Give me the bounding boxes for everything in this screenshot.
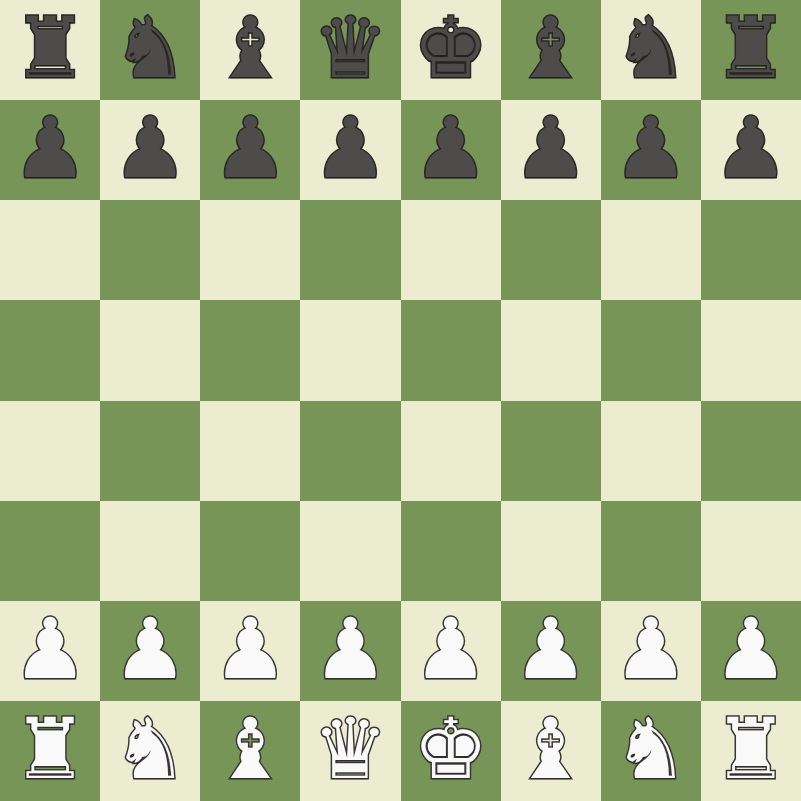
square-f1[interactable]: ♝ [501, 701, 601, 801]
square-g1[interactable]: ♞ [601, 701, 701, 801]
square-g4[interactable] [601, 401, 701, 501]
square-d2[interactable]: ♟ [300, 601, 400, 701]
piece-black-pawn[interactable]: ♟ [613, 106, 688, 190]
piece-black-rook[interactable]: ♜ [12, 6, 87, 90]
square-h7[interactable]: ♟ [701, 100, 801, 200]
square-f5[interactable] [501, 300, 601, 400]
square-e1[interactable]: ♚ [401, 701, 501, 801]
square-a3[interactable] [0, 501, 100, 601]
square-g5[interactable] [601, 300, 701, 400]
square-f2[interactable]: ♟ [501, 601, 601, 701]
square-c1[interactable]: ♝ [200, 701, 300, 801]
square-b8[interactable]: ♞ [100, 0, 200, 100]
square-a6[interactable] [0, 200, 100, 300]
square-e2[interactable]: ♟ [401, 601, 501, 701]
piece-black-pawn[interactable]: ♟ [12, 106, 87, 190]
square-c3[interactable] [200, 501, 300, 601]
square-e3[interactable] [401, 501, 501, 601]
square-g7[interactable]: ♟ [601, 100, 701, 200]
square-e5[interactable] [401, 300, 501, 400]
square-a5[interactable] [0, 300, 100, 400]
piece-black-pawn[interactable]: ♟ [513, 106, 588, 190]
piece-black-king[interactable]: ♚ [413, 6, 488, 90]
piece-white-pawn[interactable]: ♟ [513, 607, 588, 691]
square-e7[interactable]: ♟ [401, 100, 501, 200]
piece-white-pawn[interactable]: ♟ [313, 607, 388, 691]
piece-white-knight[interactable]: ♞ [113, 707, 188, 791]
square-g8[interactable]: ♞ [601, 0, 701, 100]
square-b7[interactable]: ♟ [100, 100, 200, 200]
piece-white-pawn[interactable]: ♟ [613, 607, 688, 691]
square-d5[interactable] [300, 300, 400, 400]
square-a1[interactable]: ♜ [0, 701, 100, 801]
piece-black-rook[interactable]: ♜ [713, 6, 788, 90]
square-h4[interactable] [701, 401, 801, 501]
square-a2[interactable]: ♟ [0, 601, 100, 701]
square-h2[interactable]: ♟ [701, 601, 801, 701]
piece-black-bishop[interactable]: ♝ [513, 6, 588, 90]
square-b2[interactable]: ♟ [100, 601, 200, 701]
square-h3[interactable] [701, 501, 801, 601]
square-f3[interactable] [501, 501, 601, 601]
piece-white-king[interactable]: ♚ [413, 707, 488, 791]
square-f6[interactable] [501, 200, 601, 300]
square-c6[interactable] [200, 200, 300, 300]
piece-black-pawn[interactable]: ♟ [213, 106, 288, 190]
square-f7[interactable]: ♟ [501, 100, 601, 200]
piece-white-pawn[interactable]: ♟ [113, 607, 188, 691]
square-h1[interactable]: ♜ [701, 701, 801, 801]
piece-white-pawn[interactable]: ♟ [713, 607, 788, 691]
square-c4[interactable] [200, 401, 300, 501]
square-d3[interactable] [300, 501, 400, 601]
square-d1[interactable]: ♛ [300, 701, 400, 801]
piece-black-pawn[interactable]: ♟ [413, 106, 488, 190]
piece-black-pawn[interactable]: ♟ [713, 106, 788, 190]
chess-board: ♜♞♝♛♚♝♞♜♟♟♟♟♟♟♟♟♟♟♟♟♟♟♟♟♜♞♝♛♚♝♞♜ [0, 0, 801, 801]
square-g3[interactable] [601, 501, 701, 601]
piece-black-pawn[interactable]: ♟ [113, 106, 188, 190]
square-b5[interactable] [100, 300, 200, 400]
square-g2[interactable]: ♟ [601, 601, 701, 701]
piece-white-bishop[interactable]: ♝ [213, 707, 288, 791]
square-e4[interactable] [401, 401, 501, 501]
piece-white-rook[interactable]: ♜ [12, 707, 87, 791]
piece-black-bishop[interactable]: ♝ [213, 6, 288, 90]
piece-black-pawn[interactable]: ♟ [313, 106, 388, 190]
piece-white-bishop[interactable]: ♝ [513, 707, 588, 791]
piece-black-knight[interactable]: ♞ [613, 6, 688, 90]
piece-black-queen[interactable]: ♛ [313, 6, 388, 90]
square-b1[interactable]: ♞ [100, 701, 200, 801]
square-h5[interactable] [701, 300, 801, 400]
piece-black-knight[interactable]: ♞ [113, 6, 188, 90]
square-c7[interactable]: ♟ [200, 100, 300, 200]
square-e6[interactable] [401, 200, 501, 300]
square-d6[interactable] [300, 200, 400, 300]
piece-white-queen[interactable]: ♛ [313, 707, 388, 791]
square-b4[interactable] [100, 401, 200, 501]
piece-white-pawn[interactable]: ♟ [413, 607, 488, 691]
square-g6[interactable] [601, 200, 701, 300]
square-a8[interactable]: ♜ [0, 0, 100, 100]
square-d4[interactable] [300, 401, 400, 501]
square-a4[interactable] [0, 401, 100, 501]
square-c5[interactable] [200, 300, 300, 400]
piece-white-pawn[interactable]: ♟ [12, 607, 87, 691]
square-d7[interactable]: ♟ [300, 100, 400, 200]
square-b6[interactable] [100, 200, 200, 300]
square-d8[interactable]: ♛ [300, 0, 400, 100]
square-c8[interactable]: ♝ [200, 0, 300, 100]
square-f4[interactable] [501, 401, 601, 501]
square-f8[interactable]: ♝ [501, 0, 601, 100]
piece-white-pawn[interactable]: ♟ [213, 607, 288, 691]
square-e8[interactable]: ♚ [401, 0, 501, 100]
square-c2[interactable]: ♟ [200, 601, 300, 701]
square-h6[interactable] [701, 200, 801, 300]
piece-white-knight[interactable]: ♞ [613, 707, 688, 791]
piece-white-rook[interactable]: ♜ [713, 707, 788, 791]
square-b3[interactable] [100, 501, 200, 601]
square-h8[interactable]: ♜ [701, 0, 801, 100]
square-a7[interactable]: ♟ [0, 100, 100, 200]
